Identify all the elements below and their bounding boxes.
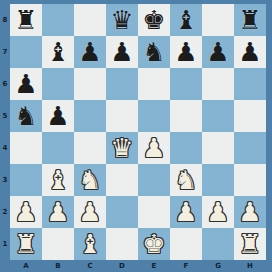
square-c6[interactable]	[74, 68, 106, 100]
square-d5[interactable]	[106, 100, 138, 132]
square-e5[interactable]	[138, 100, 170, 132]
piece-white-queen: ♛	[110, 135, 133, 161]
square-h5[interactable]	[234, 100, 266, 132]
square-d1[interactable]	[106, 228, 138, 260]
square-d7[interactable]: ♟	[106, 36, 138, 68]
square-e8[interactable]: ♚	[138, 4, 170, 36]
square-a2[interactable]: ♟	[10, 196, 42, 228]
rank-label-1: 1	[0, 228, 10, 260]
file-label-c: C	[74, 260, 106, 272]
rank-label-3: 3	[0, 164, 10, 196]
piece-black-rook: ♜	[14, 7, 37, 33]
piece-black-knight: ♞	[14, 103, 37, 129]
rank-label-6: 6	[0, 68, 10, 100]
square-e1[interactable]: ♚	[138, 228, 170, 260]
square-g5[interactable]	[202, 100, 234, 132]
square-e2[interactable]	[138, 196, 170, 228]
file-label-e: E	[138, 260, 170, 272]
piece-white-pawn: ♟	[78, 199, 101, 225]
piece-white-pawn: ♟	[142, 135, 165, 161]
square-d4[interactable]: ♛	[106, 132, 138, 164]
square-d8[interactable]: ♛	[106, 4, 138, 36]
square-f2[interactable]: ♟	[170, 196, 202, 228]
square-h6[interactable]	[234, 68, 266, 100]
square-c4[interactable]	[74, 132, 106, 164]
square-g7[interactable]: ♟	[202, 36, 234, 68]
square-b2[interactable]: ♟	[42, 196, 74, 228]
piece-black-pawn: ♟	[110, 39, 133, 65]
piece-white-pawn: ♟	[174, 199, 197, 225]
square-c1[interactable]: ♝	[74, 228, 106, 260]
square-c5[interactable]	[74, 100, 106, 132]
square-c7[interactable]: ♟	[74, 36, 106, 68]
piece-white-rook: ♜	[14, 231, 37, 257]
square-a8[interactable]: ♜	[10, 4, 42, 36]
piece-black-bishop: ♝	[46, 39, 69, 65]
piece-black-queen: ♛	[110, 7, 133, 33]
square-a7[interactable]	[10, 36, 42, 68]
square-b1[interactable]	[42, 228, 74, 260]
rank-label-5: 5	[0, 100, 10, 132]
piece-white-bishop: ♝	[78, 231, 101, 257]
rank-label-2: 2	[0, 196, 10, 228]
piece-black-pawn: ♟	[78, 39, 101, 65]
square-e6[interactable]	[138, 68, 170, 100]
square-c3[interactable]: ♞	[74, 164, 106, 196]
square-h3[interactable]	[234, 164, 266, 196]
file-label-g: G	[202, 260, 234, 272]
square-h8[interactable]: ♜	[234, 4, 266, 36]
square-a6[interactable]: ♟	[10, 68, 42, 100]
rank-labels: 87654321	[0, 4, 10, 260]
piece-white-pawn: ♟	[46, 199, 69, 225]
rank-label-7: 7	[0, 36, 10, 68]
piece-black-pawn: ♟	[206, 39, 229, 65]
piece-white-bishop: ♝	[46, 167, 69, 193]
square-f8[interactable]: ♝	[170, 4, 202, 36]
square-f3[interactable]: ♞	[170, 164, 202, 196]
square-g6[interactable]	[202, 68, 234, 100]
square-f7[interactable]: ♟	[170, 36, 202, 68]
square-d2[interactable]	[106, 196, 138, 228]
piece-white-pawn: ♟	[14, 199, 37, 225]
square-c8[interactable]	[74, 4, 106, 36]
square-f6[interactable]	[170, 68, 202, 100]
square-h4[interactable]	[234, 132, 266, 164]
square-a4[interactable]	[10, 132, 42, 164]
square-b8[interactable]	[42, 4, 74, 36]
piece-black-bishop: ♝	[174, 7, 197, 33]
piece-black-pawn: ♟	[174, 39, 197, 65]
chess-board-frame: ♜♛♚♝♜♝♟♟♞♟♟♟♟♞♟♛♟♝♞♞♟♟♟♟♟♟♜♝♚♜ 87654321 …	[0, 0, 272, 272]
square-b3[interactable]: ♝	[42, 164, 74, 196]
piece-black-pawn: ♟	[46, 103, 69, 129]
piece-black-knight: ♞	[142, 39, 165, 65]
square-d6[interactable]	[106, 68, 138, 100]
piece-white-knight: ♞	[174, 167, 197, 193]
piece-black-rook: ♜	[238, 7, 261, 33]
square-e3[interactable]	[138, 164, 170, 196]
piece-black-pawn: ♟	[238, 39, 261, 65]
square-g4[interactable]	[202, 132, 234, 164]
file-label-f: F	[170, 260, 202, 272]
square-g1[interactable]	[202, 228, 234, 260]
piece-black-pawn: ♟	[14, 71, 37, 97]
square-f1[interactable]	[170, 228, 202, 260]
square-c2[interactable]: ♟	[74, 196, 106, 228]
square-e7[interactable]: ♞	[138, 36, 170, 68]
square-f4[interactable]	[170, 132, 202, 164]
piece-white-pawn: ♟	[206, 199, 229, 225]
square-b6[interactable]	[42, 68, 74, 100]
piece-white-king: ♚	[142, 231, 165, 257]
square-e4[interactable]: ♟	[138, 132, 170, 164]
square-h2[interactable]: ♟	[234, 196, 266, 228]
square-h1[interactable]: ♜	[234, 228, 266, 260]
square-d3[interactable]	[106, 164, 138, 196]
piece-white-rook: ♜	[238, 231, 261, 257]
square-a1[interactable]: ♜	[10, 228, 42, 260]
square-b5[interactable]: ♟	[42, 100, 74, 132]
square-b7[interactable]: ♝	[42, 36, 74, 68]
square-b4[interactable]	[42, 132, 74, 164]
square-a3[interactable]	[10, 164, 42, 196]
square-f5[interactable]	[170, 100, 202, 132]
square-g8[interactable]	[202, 4, 234, 36]
square-g2[interactable]: ♟	[202, 196, 234, 228]
chess-board: ♜♛♚♝♜♝♟♟♞♟♟♟♟♞♟♛♟♝♞♞♟♟♟♟♟♟♜♝♚♜	[10, 4, 266, 260]
square-g3[interactable]	[202, 164, 234, 196]
square-a5[interactable]: ♞	[10, 100, 42, 132]
file-labels: ABCDEFGH	[10, 260, 266, 272]
file-label-b: B	[42, 260, 74, 272]
file-label-h: H	[234, 260, 266, 272]
square-h7[interactable]: ♟	[234, 36, 266, 68]
file-label-a: A	[10, 260, 42, 272]
rank-label-8: 8	[0, 4, 10, 36]
file-label-d: D	[106, 260, 138, 272]
piece-white-pawn: ♟	[238, 199, 261, 225]
rank-label-4: 4	[0, 132, 10, 164]
piece-black-king: ♚	[142, 7, 165, 33]
piece-white-knight: ♞	[78, 167, 101, 193]
